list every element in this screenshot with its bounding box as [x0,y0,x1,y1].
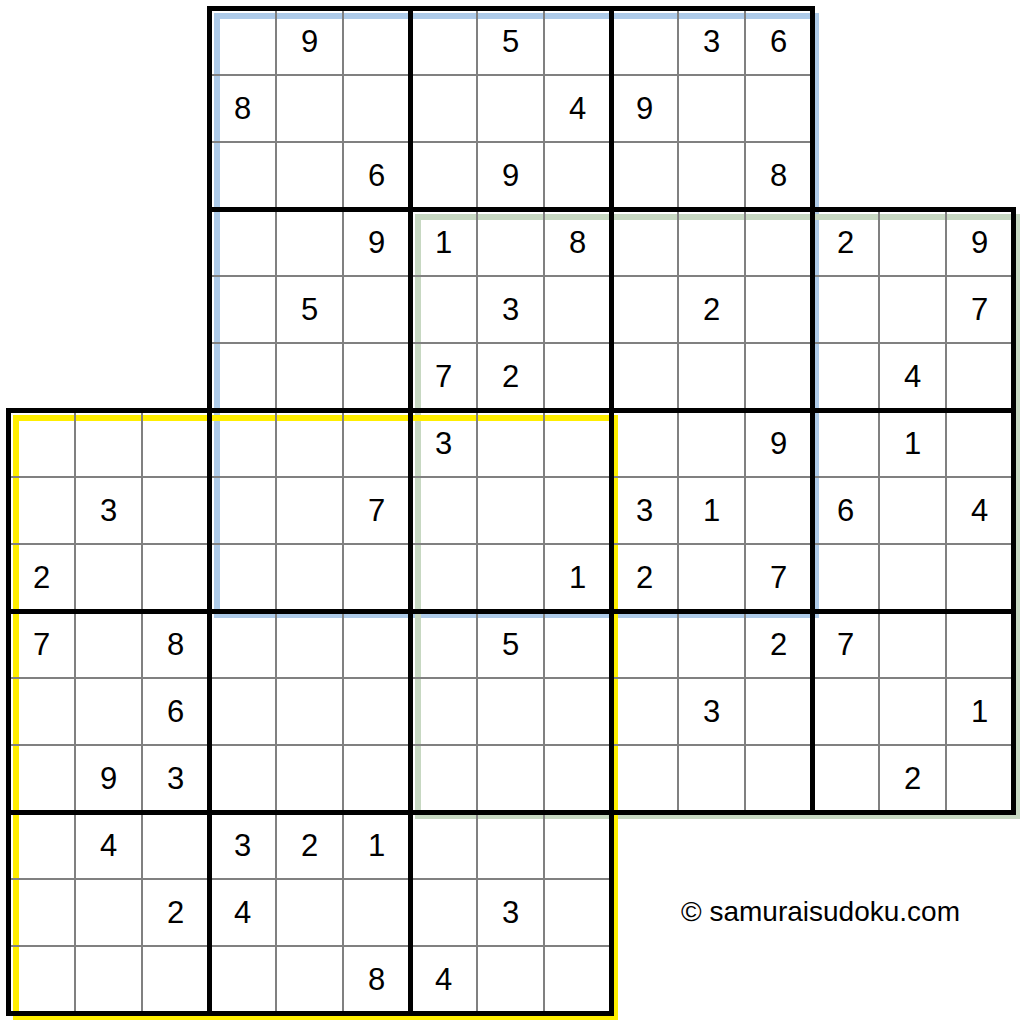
given-digit: 8 [569,227,586,258]
box-border-line [6,408,11,614]
cell-r14c2[interactable] [142,946,209,1013]
cell-r5c14[interactable] [946,343,1013,410]
box-border-line [810,408,1016,413]
cell-r2c6[interactable] [410,142,477,209]
box-border-line [1011,207,1016,413]
cell-r0c4[interactable]: 9 [276,8,343,75]
box-border-line [810,810,1016,815]
box-border-line [408,408,614,413]
box-border-line [609,207,815,212]
cell-r2c11[interactable]: 8 [745,142,812,209]
cell-r11c11[interactable] [745,745,812,812]
cell-r8c10[interactable] [678,544,745,611]
given-digit: 3 [703,696,720,727]
cell-r9c13[interactable] [879,611,946,678]
given-digit: 3 [234,830,251,861]
given-digit: 5 [502,26,519,57]
cell-r6c8[interactable] [544,410,611,477]
cell-r8c3[interactable] [209,544,276,611]
box-border-line [1011,408,1016,614]
box-border-line [207,6,212,212]
copyright-text: © samuraisudoku.com [681,896,960,928]
cell-r0c6[interactable] [410,8,477,75]
cell-r4c5[interactable] [343,276,410,343]
cell-r3c8[interactable]: 8 [544,209,611,276]
given-digit: 2 [167,897,184,928]
box-border-line [408,6,614,11]
cell-r4c3[interactable] [209,276,276,343]
cell-r8c5[interactable] [343,544,410,611]
cell-r8c13[interactable] [879,544,946,611]
cell-r12c3[interactable]: 3 [209,812,276,879]
cell-r10c0[interactable] [8,678,75,745]
cell-r9c10[interactable] [678,611,745,678]
cell-r14c8[interactable] [544,946,611,1013]
given-digit: 1 [971,696,988,727]
given-digit: 3 [502,897,519,928]
box-border-line [609,408,815,413]
cell-r4c8[interactable] [544,276,611,343]
cell-r3c3[interactable] [209,209,276,276]
given-digit: 6 [770,26,787,57]
cell-r10c1[interactable] [75,678,142,745]
cell-r8c1[interactable] [75,544,142,611]
cell-r9c0[interactable]: 7 [8,611,75,678]
given-digit: 2 [636,562,653,593]
cell-r0c8[interactable] [544,8,611,75]
cell-r12c0[interactable] [8,812,75,879]
cell-r9c7[interactable]: 5 [477,611,544,678]
cell-r2c7[interactable]: 9 [477,142,544,209]
cell-r10c4[interactable] [276,678,343,745]
box-border-line [408,408,413,614]
cell-r11c8[interactable] [544,745,611,812]
cell-r14c7[interactable] [477,946,544,1013]
cell-r1c8[interactable]: 4 [544,75,611,142]
cell-r4c11[interactable] [745,276,812,343]
box-border-line [609,207,614,413]
cell-r7c13[interactable] [879,477,946,544]
box-border-line [207,810,212,1016]
cell-r10c12[interactable] [812,678,879,745]
given-digit: 6 [368,160,385,191]
box-border-line [408,810,413,1016]
cell-r6c5[interactable] [343,410,410,477]
box-border-line [408,609,413,815]
cell-r5c7[interactable]: 2 [477,343,544,410]
cell-r9c9[interactable] [611,611,678,678]
cell-r10c14[interactable]: 1 [946,678,1013,745]
box-border-line [207,810,413,815]
box-border-line [408,609,614,614]
box-border-line [1011,609,1016,815]
cell-r0c5[interactable] [343,8,410,75]
cell-r6c11[interactable]: 9 [745,410,812,477]
box-border-line [408,1011,614,1016]
cell-r7c4[interactable] [276,477,343,544]
cell-r12c5[interactable]: 1 [343,812,410,879]
cell-r13c6[interactable] [410,879,477,946]
given-digit: 5 [301,294,318,325]
cell-r7c10[interactable]: 1 [678,477,745,544]
given-digit: 1 [703,495,720,526]
cell-r13c2[interactable]: 2 [142,879,209,946]
given-digit: 3 [703,26,720,57]
cell-r2c4[interactable] [276,142,343,209]
cell-r7c0[interactable] [8,477,75,544]
box-border-line [6,1011,212,1016]
given-digit: 1 [569,562,586,593]
cell-r9c4[interactable] [276,611,343,678]
box-border-line [6,609,212,614]
given-digit: 2 [301,830,318,861]
cell-r7c6[interactable] [410,477,477,544]
cell-r1c5[interactable] [343,75,410,142]
cell-r9c3[interactable] [209,611,276,678]
given-digit: 9 [971,227,988,258]
given-digit: 9 [368,227,385,258]
cell-r1c10[interactable] [678,75,745,142]
cell-r13c3[interactable]: 4 [209,879,276,946]
cell-r11c14[interactable] [946,745,1013,812]
given-digit: 7 [368,495,385,526]
cell-r4c10[interactable]: 2 [678,276,745,343]
cell-r6c14[interactable] [946,410,1013,477]
cell-r14c0[interactable] [8,946,75,1013]
cell-r6c1[interactable] [75,410,142,477]
cell-r8c11[interactable]: 7 [745,544,812,611]
box-border-line [207,207,413,212]
cell-r4c4[interactable]: 5 [276,276,343,343]
cell-r1c4[interactable] [276,75,343,142]
cell-r11c4[interactable] [276,745,343,812]
cell-r12c2[interactable] [142,812,209,879]
cell-r9c6[interactable] [410,611,477,678]
cell-r10c5[interactable] [343,678,410,745]
cell-r9c5[interactable] [343,611,410,678]
box-border-line [207,1011,413,1016]
cell-r0c7[interactable]: 5 [477,8,544,75]
given-digit: 8 [167,629,184,660]
box-border-line [408,207,614,212]
cell-r7c7[interactable] [477,477,544,544]
cell-r8c6[interactable] [410,544,477,611]
cell-r10c2[interactable]: 6 [142,678,209,745]
cell-r6c13[interactable]: 1 [879,410,946,477]
box-border-line [810,207,1016,212]
cell-r9c1[interactable] [75,611,142,678]
box-border-line [609,609,815,614]
cell-r7c14[interactable]: 4 [946,477,1013,544]
puzzle-image: 9536849698918295327724391373164212778527… [0,0,1025,1035]
cell-r6c7[interactable] [477,410,544,477]
cell-r14c4[interactable] [276,946,343,1013]
cell-r2c10[interactable] [678,142,745,209]
cell-r7c8[interactable] [544,477,611,544]
box-border-line [6,810,212,815]
cell-r11c5[interactable] [343,745,410,812]
cell-r12c4[interactable]: 2 [276,812,343,879]
box-border-line [6,609,11,815]
cell-r2c8[interactable] [544,142,611,209]
cell-r13c7[interactable]: 3 [477,879,544,946]
cell-r13c0[interactable] [8,879,75,946]
cell-r11c9[interactable] [611,745,678,812]
cell-r11c12[interactable] [812,745,879,812]
cell-r6c9[interactable] [611,410,678,477]
cell-r3c11[interactable] [745,209,812,276]
given-digit: 5 [502,629,519,660]
given-digit: 9 [770,428,787,459]
given-digit: 7 [971,294,988,325]
given-digit: 8 [368,964,385,995]
given-digit: 9 [502,160,519,191]
given-digit: 7 [837,629,854,660]
cell-r5c11[interactable] [745,343,812,410]
given-digit: 1 [904,428,921,459]
box-border-line [207,408,413,413]
given-digit: 3 [167,763,184,794]
given-digit: 6 [167,696,184,727]
box-border-line [207,609,413,614]
given-digit: 7 [770,562,787,593]
cell-r11c7[interactable] [477,745,544,812]
cell-r2c9[interactable] [611,142,678,209]
cell-r8c12[interactable] [812,544,879,611]
cell-r5c9[interactable] [611,343,678,410]
given-digit: 8 [770,160,787,191]
given-digit: 4 [904,361,921,392]
cell-r4c7[interactable]: 3 [477,276,544,343]
cell-r4c13[interactable] [879,276,946,343]
given-digit: 3 [502,294,519,325]
given-digit: 7 [435,361,452,392]
cell-r7c3[interactable] [209,477,276,544]
cell-r10c8[interactable] [544,678,611,745]
cell-r4c6[interactable] [410,276,477,343]
cell-r0c9[interactable] [611,8,678,75]
cell-r4c12[interactable] [812,276,879,343]
given-digit: 9 [100,763,117,794]
box-border-line [6,810,11,1016]
cell-r10c3[interactable] [209,678,276,745]
cell-r13c8[interactable] [544,879,611,946]
cell-r8c8[interactable]: 1 [544,544,611,611]
given-digit: 6 [837,495,854,526]
cell-r9c8[interactable] [544,611,611,678]
box-border-line [609,6,614,212]
cell-r8c4[interactable] [276,544,343,611]
given-digit: 9 [636,93,653,124]
given-digit: 2 [770,629,787,660]
given-digit: 2 [502,361,519,392]
given-digit: 7 [33,629,50,660]
box-border-line [408,207,413,413]
cell-r10c6[interactable] [410,678,477,745]
cell-r3c13[interactable] [879,209,946,276]
cell-r7c11[interactable] [745,477,812,544]
cell-r2c3[interactable] [209,142,276,209]
cell-r0c11[interactable]: 6 [745,8,812,75]
cell-r5c10[interactable] [678,343,745,410]
cell-r13c1[interactable] [75,879,142,946]
cell-r6c10[interactable] [678,410,745,477]
given-digit: 4 [100,830,117,861]
cell-r5c3[interactable] [209,343,276,410]
cell-r1c3[interactable]: 8 [209,75,276,142]
cell-r11c10[interactable] [678,745,745,812]
box-border-line [810,6,815,212]
cell-r6c3[interactable] [209,410,276,477]
cell-r12c1[interactable]: 4 [75,812,142,879]
cell-r7c5[interactable]: 7 [343,477,410,544]
cell-r10c11[interactable] [745,678,812,745]
cell-r1c11[interactable] [745,75,812,142]
given-digit: 2 [837,227,854,258]
cell-r7c12[interactable]: 6 [812,477,879,544]
cell-r5c6[interactable]: 7 [410,343,477,410]
cell-r5c5[interactable] [343,343,410,410]
box-border-line [810,609,1016,614]
cell-r13c5[interactable] [343,879,410,946]
box-border-line [609,6,815,11]
cell-r3c4[interactable] [276,209,343,276]
given-digit: 8 [234,93,251,124]
cell-r3c9[interactable] [611,209,678,276]
cell-r14c1[interactable] [75,946,142,1013]
cell-r13c4[interactable] [276,879,343,946]
cell-r1c7[interactable] [477,75,544,142]
cell-r6c0[interactable] [8,410,75,477]
box-border-line [810,207,815,413]
cell-r11c13[interactable]: 2 [879,745,946,812]
given-digit: 3 [435,428,452,459]
cell-r5c8[interactable] [544,343,611,410]
cell-r9c12[interactable]: 7 [812,611,879,678]
cell-r5c13[interactable]: 4 [879,343,946,410]
box-border-line [207,207,212,413]
cell-r10c9[interactable] [611,678,678,745]
box-border-line [207,609,212,815]
cell-r11c3[interactable] [209,745,276,812]
given-digit: 2 [33,562,50,593]
cell-r10c10[interactable]: 3 [678,678,745,745]
given-digit: 4 [435,964,452,995]
cell-r7c1[interactable]: 3 [75,477,142,544]
box-border-line [408,6,413,212]
given-digit: 4 [971,495,988,526]
cell-r7c2[interactable] [142,477,209,544]
cell-r6c6[interactable]: 3 [410,410,477,477]
cell-r6c12[interactable] [812,410,879,477]
box-border-line [810,408,815,614]
cell-r8c2[interactable] [142,544,209,611]
cell-r5c4[interactable] [276,343,343,410]
cell-r9c2[interactable]: 8 [142,611,209,678]
cell-r10c7[interactable] [477,678,544,745]
box-border-line [609,609,614,815]
given-digit: 3 [100,495,117,526]
box-border-line [609,810,614,1016]
cell-r0c3[interactable] [209,8,276,75]
cell-r6c4[interactable] [276,410,343,477]
cell-r3c14[interactable]: 9 [946,209,1013,276]
cell-r11c6[interactable] [410,745,477,812]
cell-r0c10[interactable]: 3 [678,8,745,75]
cell-r12c7[interactable] [477,812,544,879]
cell-r3c5[interactable]: 9 [343,209,410,276]
given-digit: 4 [234,897,251,928]
box-border-line [609,810,815,815]
cell-r2c5[interactable]: 6 [343,142,410,209]
cell-r8c9[interactable]: 2 [611,544,678,611]
cell-r9c11[interactable]: 2 [745,611,812,678]
given-digit: 2 [904,763,921,794]
cell-r4c14[interactable]: 7 [946,276,1013,343]
cell-r11c0[interactable] [8,745,75,812]
cell-r3c12[interactable]: 2 [812,209,879,276]
cell-r12c6[interactable] [410,812,477,879]
box-border-line [609,408,614,614]
box-border-line [810,609,815,815]
cell-r14c3[interactable] [209,946,276,1013]
cell-r3c10[interactable] [678,209,745,276]
cell-r3c6[interactable]: 1 [410,209,477,276]
cell-r6c2[interactable] [142,410,209,477]
cell-r11c2[interactable]: 3 [142,745,209,812]
cell-r14c5[interactable]: 8 [343,946,410,1013]
cell-r4c9[interactable] [611,276,678,343]
box-border-line [207,408,212,614]
cell-r7c9[interactable]: 3 [611,477,678,544]
cell-r11c1[interactable]: 9 [75,745,142,812]
cell-r1c6[interactable] [410,75,477,142]
cell-r12c8[interactable] [544,812,611,879]
given-digit: 3 [636,495,653,526]
given-digit: 9 [301,26,318,57]
cell-r8c0[interactable]: 2 [8,544,75,611]
cell-r8c14[interactable] [946,544,1013,611]
box-border-line [408,810,614,815]
box-border-line [207,6,413,11]
cell-r5c12[interactable] [812,343,879,410]
cell-r14c6[interactable]: 4 [410,946,477,1013]
cell-r3c7[interactable] [477,209,544,276]
cell-r1c9[interactable]: 9 [611,75,678,142]
cell-r8c7[interactable] [477,544,544,611]
given-digit: 1 [435,227,452,258]
cell-r9c14[interactable] [946,611,1013,678]
given-digit: 1 [368,830,385,861]
box-border-line [6,408,212,413]
given-digit: 2 [703,294,720,325]
cell-r10c13[interactable] [879,678,946,745]
given-digit: 4 [569,93,586,124]
